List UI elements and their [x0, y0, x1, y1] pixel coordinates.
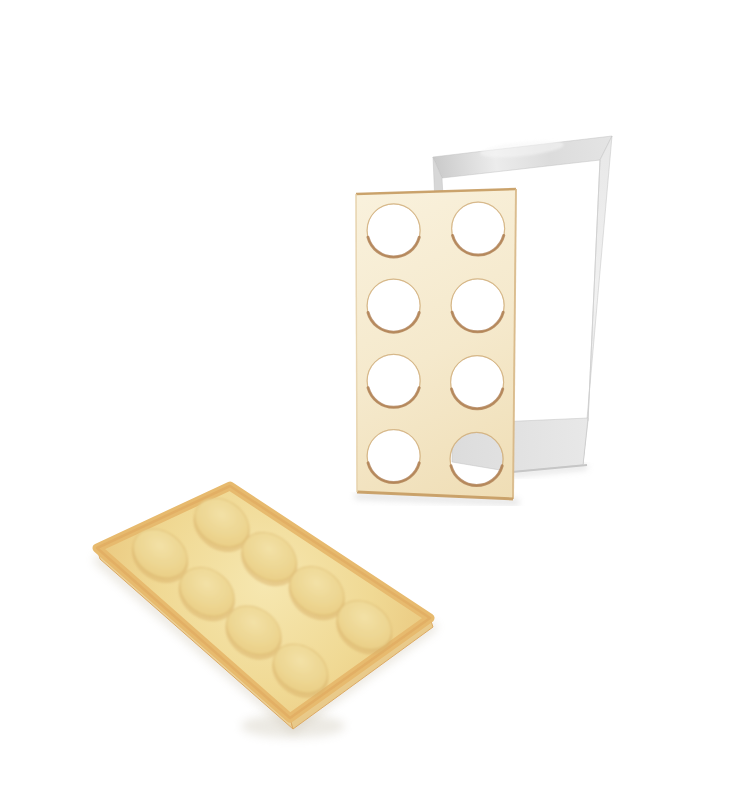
- product-photo-stage: [0, 0, 748, 800]
- product-photo: [0, 0, 748, 800]
- stencil-left-edge: [356, 194, 357, 492]
- cutter-right-band: [583, 136, 612, 464]
